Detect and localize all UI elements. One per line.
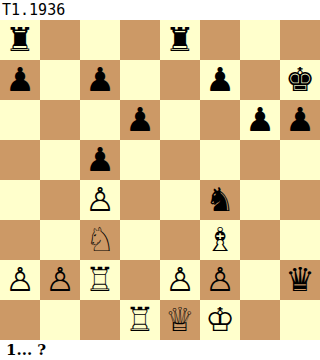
square-d1[interactable]: ♖: [120, 300, 160, 340]
square-d8[interactable]: [120, 20, 160, 60]
square-h4[interactable]: [280, 180, 320, 220]
square-d6[interactable]: ♟: [120, 100, 160, 140]
square-f4[interactable]: ♞: [200, 180, 240, 220]
square-g4[interactable]: [240, 180, 280, 220]
square-f7[interactable]: ♟: [200, 60, 240, 100]
square-d5[interactable]: [120, 140, 160, 180]
square-c6[interactable]: [80, 100, 120, 140]
piece-black-pawn: ♟: [5, 60, 35, 100]
square-h8[interactable]: [280, 20, 320, 60]
square-d4[interactable]: [120, 180, 160, 220]
square-b3[interactable]: [40, 220, 80, 260]
square-b8[interactable]: [40, 20, 80, 60]
square-c5[interactable]: ♟: [80, 140, 120, 180]
square-e4[interactable]: [160, 180, 200, 220]
square-a3[interactable]: [0, 220, 40, 260]
piece-white-king: ♔: [205, 300, 235, 340]
square-g8[interactable]: [240, 20, 280, 60]
square-b2[interactable]: ♙: [40, 260, 80, 300]
square-b5[interactable]: [40, 140, 80, 180]
piece-black-queen: ♛: [285, 260, 315, 300]
square-c8[interactable]: [80, 20, 120, 60]
square-e8[interactable]: ♜: [160, 20, 200, 60]
piece-black-pawn: ♟: [285, 100, 315, 140]
square-a7[interactable]: ♟: [0, 60, 40, 100]
piece-white-queen: ♕: [165, 300, 195, 340]
square-a2[interactable]: ♙: [0, 260, 40, 300]
square-h7[interactable]: ♚: [280, 60, 320, 100]
piece-black-pawn: ♟: [85, 140, 115, 180]
piece-black-pawn: ♟: [205, 60, 235, 100]
piece-white-pawn: ♙: [5, 260, 35, 300]
square-e2[interactable]: ♙: [160, 260, 200, 300]
square-e7[interactable]: [160, 60, 200, 100]
piece-black-pawn: ♟: [85, 60, 115, 100]
piece-white-knight: ♘: [85, 220, 115, 260]
chess-puzzle-app: T1.1936 ♜♜♟♟♟♚♟♟♟♟♙♞♘♗♙♙♖♙♙♛♖♕♔ 1... ?: [0, 0, 320, 360]
square-a8[interactable]: ♜: [0, 20, 40, 60]
square-d3[interactable]: [120, 220, 160, 260]
piece-white-pawn: ♙: [165, 260, 195, 300]
piece-white-rook: ♖: [85, 260, 115, 300]
square-g3[interactable]: [240, 220, 280, 260]
piece-black-rook: ♜: [5, 20, 35, 60]
puzzle-title: T1.1936: [0, 0, 320, 20]
piece-white-pawn: ♙: [45, 260, 75, 300]
square-e3[interactable]: [160, 220, 200, 260]
square-c3[interactable]: ♘: [80, 220, 120, 260]
square-b4[interactable]: [40, 180, 80, 220]
square-g1[interactable]: [240, 300, 280, 340]
piece-white-pawn: ♙: [205, 260, 235, 300]
square-f2[interactable]: ♙: [200, 260, 240, 300]
square-d2[interactable]: [120, 260, 160, 300]
square-a6[interactable]: [0, 100, 40, 140]
square-b6[interactable]: [40, 100, 80, 140]
square-g5[interactable]: [240, 140, 280, 180]
square-h5[interactable]: [280, 140, 320, 180]
piece-white-pawn: ♙: [85, 180, 115, 220]
chess-board: ♜♜♟♟♟♚♟♟♟♟♙♞♘♗♙♙♖♙♙♛♖♕♔: [0, 20, 320, 340]
square-f1[interactable]: ♔: [200, 300, 240, 340]
square-h1[interactable]: [280, 300, 320, 340]
square-h2[interactable]: ♛: [280, 260, 320, 300]
square-f3[interactable]: ♗: [200, 220, 240, 260]
square-f8[interactable]: [200, 20, 240, 60]
square-g6[interactable]: ♟: [240, 100, 280, 140]
square-a4[interactable]: [0, 180, 40, 220]
piece-black-pawn: ♟: [125, 100, 155, 140]
square-g2[interactable]: [240, 260, 280, 300]
piece-black-pawn: ♟: [245, 100, 275, 140]
piece-white-rook: ♖: [125, 300, 155, 340]
piece-black-knight: ♞: [205, 180, 235, 220]
move-prompt: 1... ?: [0, 340, 320, 360]
piece-black-rook: ♜: [165, 20, 195, 60]
square-e5[interactable]: [160, 140, 200, 180]
square-c1[interactable]: [80, 300, 120, 340]
square-d7[interactable]: [120, 60, 160, 100]
square-h3[interactable]: [280, 220, 320, 260]
square-b7[interactable]: [40, 60, 80, 100]
square-f5[interactable]: [200, 140, 240, 180]
square-g7[interactable]: [240, 60, 280, 100]
piece-black-king: ♚: [285, 60, 315, 100]
square-h6[interactable]: ♟: [280, 100, 320, 140]
square-f6[interactable]: [200, 100, 240, 140]
square-e1[interactable]: ♕: [160, 300, 200, 340]
square-a5[interactable]: [0, 140, 40, 180]
square-b1[interactable]: [40, 300, 80, 340]
square-e6[interactable]: [160, 100, 200, 140]
square-a1[interactable]: [0, 300, 40, 340]
square-c2[interactable]: ♖: [80, 260, 120, 300]
piece-white-bishop: ♗: [205, 220, 235, 260]
square-c4[interactable]: ♙: [80, 180, 120, 220]
square-c7[interactable]: ♟: [80, 60, 120, 100]
